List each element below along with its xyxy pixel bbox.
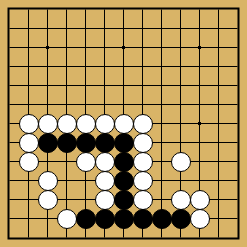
intersection-8-11[interactable] <box>133 190 152 209</box>
intersection-10-6[interactable] <box>171 95 190 114</box>
intersection-12-7[interactable] <box>209 114 228 133</box>
intersection-13-12[interactable] <box>228 209 247 228</box>
black-stone <box>114 171 134 191</box>
intersection-13-3[interactable] <box>228 38 247 57</box>
intersection-13-1[interactable] <box>228 0 247 19</box>
intersection-5-8[interactable] <box>76 133 95 152</box>
intersection-9-11[interactable] <box>152 190 171 209</box>
intersection-8-6[interactable] <box>133 95 152 114</box>
intersection-3-7[interactable] <box>38 114 57 133</box>
intersection-10-1[interactable] <box>171 0 190 19</box>
intersection-10-10[interactable] <box>171 171 190 190</box>
intersection-9-9[interactable] <box>152 152 171 171</box>
intersection-6-4[interactable] <box>95 57 114 76</box>
black-stone <box>152 209 172 229</box>
intersection-7-7[interactable] <box>114 114 133 133</box>
intersection-1-11[interactable] <box>0 190 19 209</box>
intersection-7-1[interactable] <box>114 0 133 19</box>
intersection-5-11[interactable] <box>76 190 95 209</box>
intersection-11-10[interactable] <box>190 171 209 190</box>
intersection-6-11[interactable] <box>95 190 114 209</box>
intersection-5-1[interactable] <box>76 0 95 19</box>
intersection-1-8[interactable] <box>0 133 19 152</box>
intersection-12-5[interactable] <box>209 76 228 95</box>
intersection-3-1[interactable] <box>38 0 57 19</box>
white-stone <box>95 190 115 210</box>
intersection-2-10[interactable] <box>19 171 38 190</box>
intersection-11-12[interactable] <box>190 209 209 228</box>
intersection-6-2[interactable] <box>95 19 114 38</box>
intersection-4-2[interactable] <box>57 19 76 38</box>
intersection-12-6[interactable] <box>209 95 228 114</box>
intersection-7-5[interactable] <box>114 76 133 95</box>
intersection-8-8[interactable] <box>133 133 152 152</box>
white-stone <box>133 152 153 172</box>
intersection-7-3[interactable] <box>114 38 133 57</box>
intersection-4-12[interactable] <box>57 209 76 228</box>
intersection-11-5[interactable] <box>190 76 209 95</box>
intersection-11-3[interactable] <box>190 38 209 57</box>
intersection-4-5[interactable] <box>57 76 76 95</box>
intersection-6-9[interactable] <box>95 152 114 171</box>
black-stone <box>133 209 153 229</box>
intersection-5-10[interactable] <box>76 171 95 190</box>
white-stone <box>95 114 115 134</box>
black-stone <box>114 190 134 210</box>
intersection-8-10[interactable] <box>133 171 152 190</box>
intersection-1-6[interactable] <box>0 95 19 114</box>
intersection-9-6[interactable] <box>152 95 171 114</box>
intersection-10-8[interactable] <box>171 133 190 152</box>
intersection-13-9[interactable] <box>228 152 247 171</box>
intersection-8-9[interactable] <box>133 152 152 171</box>
intersection-8-2[interactable] <box>133 19 152 38</box>
intersection-13-5[interactable] <box>228 76 247 95</box>
white-stone <box>190 209 210 229</box>
intersection-12-4[interactable] <box>209 57 228 76</box>
intersection-9-3[interactable] <box>152 38 171 57</box>
intersection-4-9[interactable] <box>57 152 76 171</box>
intersection-2-1[interactable] <box>19 0 38 19</box>
intersection-4-1[interactable] <box>57 0 76 19</box>
black-stone <box>114 152 134 172</box>
intersection-5-12[interactable] <box>76 209 95 228</box>
intersection-2-9[interactable] <box>19 152 38 171</box>
white-stone <box>133 190 153 210</box>
intersection-13-11[interactable] <box>228 190 247 209</box>
intersection-12-9[interactable] <box>209 152 228 171</box>
intersection-5-2[interactable] <box>76 19 95 38</box>
intersection-3-4[interactable] <box>38 57 57 76</box>
intersection-11-13[interactable] <box>190 228 209 247</box>
intersection-9-12[interactable] <box>152 209 171 228</box>
intersection-6-12[interactable] <box>95 209 114 228</box>
intersection-10-13[interactable] <box>171 228 190 247</box>
intersection-8-5[interactable] <box>133 76 152 95</box>
white-stone <box>19 114 39 134</box>
black-stone <box>57 133 77 153</box>
intersection-9-7[interactable] <box>152 114 171 133</box>
black-stone <box>114 209 134 229</box>
intersection-7-10[interactable] <box>114 171 133 190</box>
white-stone <box>171 152 191 172</box>
intersection-4-13[interactable] <box>57 228 76 247</box>
white-stone <box>57 114 77 134</box>
intersection-9-2[interactable] <box>152 19 171 38</box>
white-stone <box>38 171 58 191</box>
intersection-2-13[interactable] <box>19 228 38 247</box>
white-stone <box>38 190 58 210</box>
intersection-2-12[interactable] <box>19 209 38 228</box>
intersection-10-7[interactable] <box>171 114 190 133</box>
white-stone <box>57 209 77 229</box>
intersection-8-4[interactable] <box>133 57 152 76</box>
intersection-5-5[interactable] <box>76 76 95 95</box>
intersection-2-5[interactable] <box>19 76 38 95</box>
intersection-1-12[interactable] <box>0 209 19 228</box>
intersection-7-4[interactable] <box>114 57 133 76</box>
intersection-10-9[interactable] <box>171 152 190 171</box>
intersection-9-8[interactable] <box>152 133 171 152</box>
black-stone <box>95 209 115 229</box>
intersection-11-7[interactable] <box>190 114 209 133</box>
intersection-8-3[interactable] <box>133 38 152 57</box>
intersection-1-10[interactable] <box>0 171 19 190</box>
go-board <box>0 0 247 247</box>
intersection-2-11[interactable] <box>19 190 38 209</box>
intersection-6-6[interactable] <box>95 95 114 114</box>
white-stone <box>19 133 39 153</box>
intersection-3-2[interactable] <box>38 19 57 38</box>
intersection-7-13[interactable] <box>114 228 133 247</box>
intersection-12-12[interactable] <box>209 209 228 228</box>
intersection-7-12[interactable] <box>114 209 133 228</box>
intersection-8-7[interactable] <box>133 114 152 133</box>
intersection-2-8[interactable] <box>19 133 38 152</box>
intersection-7-2[interactable] <box>114 19 133 38</box>
intersection-10-4[interactable] <box>171 57 190 76</box>
black-stone <box>76 133 96 153</box>
intersection-13-8[interactable] <box>228 133 247 152</box>
intersection-11-8[interactable] <box>190 133 209 152</box>
intersection-2-4[interactable] <box>19 57 38 76</box>
white-stone <box>133 133 153 153</box>
intersection-3-12[interactable] <box>38 209 57 228</box>
intersection-4-8[interactable] <box>57 133 76 152</box>
intersection-6-5[interactable] <box>95 76 114 95</box>
intersection-5-6[interactable] <box>76 95 95 114</box>
black-stone <box>95 133 115 153</box>
intersection-13-13[interactable] <box>228 228 247 247</box>
black-stone <box>76 209 96 229</box>
intersection-3-3[interactable] <box>38 38 57 57</box>
intersection-5-3[interactable] <box>76 38 95 57</box>
intersection-12-10[interactable] <box>209 171 228 190</box>
intersection-4-4[interactable] <box>57 57 76 76</box>
intersection-1-13[interactable] <box>0 228 19 247</box>
intersection-4-7[interactable] <box>57 114 76 133</box>
intersection-12-8[interactable] <box>209 133 228 152</box>
intersection-3-9[interactable] <box>38 152 57 171</box>
intersection-1-2[interactable] <box>0 19 19 38</box>
intersection-6-7[interactable] <box>95 114 114 133</box>
intersection-1-4[interactable] <box>0 57 19 76</box>
intersection-8-12[interactable] <box>133 209 152 228</box>
intersection-3-6[interactable] <box>38 95 57 114</box>
intersection-11-11[interactable] <box>190 190 209 209</box>
intersection-13-6[interactable] <box>228 95 247 114</box>
white-stone <box>95 152 115 172</box>
intersection-1-1[interactable] <box>0 0 19 19</box>
intersection-11-2[interactable] <box>190 19 209 38</box>
intersection-8-13[interactable] <box>133 228 152 247</box>
intersection-2-6[interactable] <box>19 95 38 114</box>
intersection-10-5[interactable] <box>171 76 190 95</box>
intersection-5-9[interactable] <box>76 152 95 171</box>
intersection-4-3[interactable] <box>57 38 76 57</box>
intersection-13-10[interactable] <box>228 171 247 190</box>
intersection-9-5[interactable] <box>152 76 171 95</box>
intersection-9-10[interactable] <box>152 171 171 190</box>
white-stone <box>95 171 115 191</box>
black-stone <box>114 133 134 153</box>
intersection-12-1[interactable] <box>209 0 228 19</box>
intersection-7-6[interactable] <box>114 95 133 114</box>
intersection-7-8[interactable] <box>114 133 133 152</box>
intersection-10-3[interactable] <box>171 38 190 57</box>
intersection-5-13[interactable] <box>76 228 95 247</box>
intersection-3-13[interactable] <box>38 228 57 247</box>
white-stone <box>190 190 210 210</box>
intersection-2-3[interactable] <box>19 38 38 57</box>
white-stone <box>76 114 96 134</box>
intersection-12-2[interactable] <box>209 19 228 38</box>
intersection-9-4[interactable] <box>152 57 171 76</box>
intersection-3-8[interactable] <box>38 133 57 152</box>
intersection-13-2[interactable] <box>228 19 247 38</box>
board-intersections <box>0 0 247 247</box>
intersection-5-7[interactable] <box>76 114 95 133</box>
intersection-1-5[interactable] <box>0 76 19 95</box>
intersection-11-9[interactable] <box>190 152 209 171</box>
intersection-10-2[interactable] <box>171 19 190 38</box>
white-stone <box>19 152 39 172</box>
white-stone <box>133 114 153 134</box>
intersection-4-6[interactable] <box>57 95 76 114</box>
intersection-5-4[interactable] <box>76 57 95 76</box>
intersection-7-9[interactable] <box>114 152 133 171</box>
intersection-9-13[interactable] <box>152 228 171 247</box>
intersection-11-6[interactable] <box>190 95 209 114</box>
black-stone <box>171 209 191 229</box>
intersection-13-7[interactable] <box>228 114 247 133</box>
intersection-6-13[interactable] <box>95 228 114 247</box>
intersection-3-5[interactable] <box>38 76 57 95</box>
intersection-1-7[interactable] <box>0 114 19 133</box>
intersection-11-4[interactable] <box>190 57 209 76</box>
intersection-6-8[interactable] <box>95 133 114 152</box>
intersection-2-7[interactable] <box>19 114 38 133</box>
black-stone <box>38 133 58 153</box>
intersection-2-2[interactable] <box>19 19 38 38</box>
intersection-11-1[interactable] <box>190 0 209 19</box>
intersection-12-11[interactable] <box>209 190 228 209</box>
intersection-10-12[interactable] <box>171 209 190 228</box>
white-stone <box>171 190 191 210</box>
intersection-10-11[interactable] <box>171 190 190 209</box>
white-stone <box>133 171 153 191</box>
intersection-3-11[interactable] <box>38 190 57 209</box>
intersection-7-11[interactable] <box>114 190 133 209</box>
intersection-1-3[interactable] <box>0 38 19 57</box>
intersection-6-3[interactable] <box>95 38 114 57</box>
white-stone <box>38 114 58 134</box>
intersection-12-3[interactable] <box>209 38 228 57</box>
intersection-1-9[interactable] <box>0 152 19 171</box>
white-stone <box>114 114 134 134</box>
intersection-13-4[interactable] <box>228 57 247 76</box>
intersection-12-13[interactable] <box>209 228 228 247</box>
intersection-8-1[interactable] <box>133 0 152 19</box>
intersection-3-10[interactable] <box>38 171 57 190</box>
intersection-9-1[interactable] <box>152 0 171 19</box>
intersection-4-11[interactable] <box>57 190 76 209</box>
intersection-6-10[interactable] <box>95 171 114 190</box>
intersection-6-1[interactable] <box>95 0 114 19</box>
intersection-4-10[interactable] <box>57 171 76 190</box>
white-stone <box>76 152 96 172</box>
